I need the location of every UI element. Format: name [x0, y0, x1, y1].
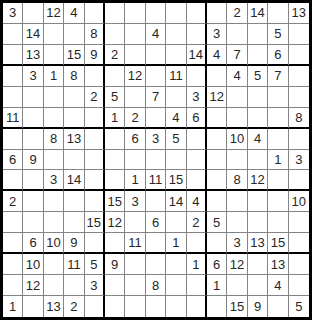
cell-r4c7-given: 12 [125, 66, 145, 87]
cell-r11c15-empty[interactable] [289, 212, 309, 233]
cell-r8c4-empty[interactable] [64, 150, 84, 171]
cell-r5c9-empty[interactable] [166, 87, 186, 108]
cell-r2c7-empty[interactable] [125, 24, 145, 45]
cell-r3c9-empty[interactable] [166, 45, 186, 66]
cell-r1c7-empty[interactable] [125, 3, 145, 24]
cell-r9c15-empty[interactable] [289, 170, 309, 191]
cell-r3c5-given: 9 [85, 45, 105, 66]
cell-r8c10-empty[interactable] [187, 150, 207, 171]
cell-r14c9-empty[interactable] [166, 275, 186, 296]
cell-r4c14-given: 7 [268, 66, 288, 87]
cell-r6c15-given: 8 [289, 108, 309, 129]
cell-r13c11-given: 6 [207, 254, 227, 275]
cell-r9c11-empty[interactable] [207, 170, 227, 191]
cell-r11c14-empty[interactable] [268, 212, 288, 233]
cell-r10c8-empty[interactable] [146, 191, 166, 212]
cell-r2c1-empty[interactable] [3, 24, 23, 45]
cell-r9c9-given: 15 [166, 170, 186, 191]
cell-r13c8-empty[interactable] [146, 254, 166, 275]
cell-r9c10-empty[interactable] [187, 170, 207, 191]
cell-r2c4-empty[interactable] [64, 24, 84, 45]
sudoku-board: 3124214131484351315921447631812114572573… [0, 0, 312, 320]
cell-r3c11-given: 4 [207, 45, 227, 66]
cell-r3c4-given: 15 [64, 45, 84, 66]
cell-r2c13-empty[interactable] [248, 24, 268, 45]
cell-r7c2-empty[interactable] [23, 129, 43, 150]
cell-r11c9-empty[interactable] [166, 212, 186, 233]
cell-r9c14-empty[interactable] [268, 170, 288, 191]
cell-r8c14-given: 1 [268, 150, 288, 171]
cell-r6c8-empty[interactable] [146, 108, 166, 129]
cell-r2c8-given: 4 [146, 24, 166, 45]
cell-r8c7-empty[interactable] [125, 150, 145, 171]
cell-r3c2-given: 13 [23, 45, 43, 66]
cell-r13c5-given: 5 [85, 254, 105, 275]
cell-r9c2-empty[interactable] [23, 170, 43, 191]
cell-r9c12-given: 8 [227, 170, 247, 191]
cell-r3c15-empty[interactable] [289, 45, 309, 66]
cell-r2c9-empty[interactable] [166, 24, 186, 45]
cell-r9c8-given: 11 [146, 170, 166, 191]
cell-r6c1-given: 11 [3, 108, 23, 129]
cell-r5c12-empty[interactable] [227, 87, 247, 108]
cell-r1c2-empty[interactable] [23, 3, 43, 24]
cell-r6c13-empty[interactable] [248, 108, 268, 129]
cell-r7c4-given: 13 [64, 129, 84, 150]
cell-r14c13-empty[interactable] [248, 275, 268, 296]
cell-r8c11-empty[interactable] [207, 150, 227, 171]
cell-r10c9-given: 14 [166, 191, 186, 212]
cell-r12c12-given: 3 [227, 233, 247, 254]
cell-r12c14-given: 15 [268, 233, 288, 254]
cell-r2c14-given: 5 [268, 24, 288, 45]
cell-r1c8-empty[interactable] [146, 3, 166, 24]
cell-r9c5-empty[interactable] [85, 170, 105, 191]
cell-r3c12-given: 7 [227, 45, 247, 66]
cell-r14c12-empty[interactable] [227, 275, 247, 296]
cell-r6c2-empty[interactable] [23, 108, 43, 129]
cell-r10c7-given: 3 [125, 191, 145, 212]
cell-r12c11-empty[interactable] [207, 233, 227, 254]
cell-r1c15-given: 13 [289, 3, 309, 24]
cell-r11c11-given: 5 [207, 212, 227, 233]
cell-r4c2-given: 3 [23, 66, 43, 87]
cell-r10c3-empty[interactable] [44, 191, 64, 212]
cell-r2c12-empty[interactable] [227, 24, 247, 45]
cell-r14c6-empty[interactable] [105, 275, 125, 296]
cell-r5c3-empty[interactable] [44, 87, 64, 108]
cell-r10c12-empty[interactable] [227, 191, 247, 212]
cell-r8c5-empty[interactable] [85, 150, 105, 171]
cell-r6c14-empty[interactable] [268, 108, 288, 129]
cell-r8c3-empty[interactable] [44, 150, 64, 171]
cell-r12c7-given: 11 [125, 233, 145, 254]
cell-r14c7-empty[interactable] [125, 275, 145, 296]
cell-r10c2-empty[interactable] [23, 191, 43, 212]
cell-r10c15-given: 10 [289, 191, 309, 212]
cell-r12c8-empty[interactable] [146, 233, 166, 254]
cell-r11c1-empty[interactable] [3, 212, 23, 233]
cell-r15c10-empty[interactable] [187, 296, 207, 317]
cell-r5c1-empty[interactable] [3, 87, 23, 108]
cell-r12c4-given: 9 [64, 233, 84, 254]
cell-r7c11-empty[interactable] [207, 129, 227, 150]
cell-r10c11-empty[interactable] [207, 191, 227, 212]
cell-r15c7-empty[interactable] [125, 296, 145, 317]
cell-r7c5-empty[interactable] [85, 129, 105, 150]
cell-r4c5-empty[interactable] [85, 66, 105, 87]
cell-r3c6-given: 2 [105, 45, 125, 66]
cell-r10c4-empty[interactable] [64, 191, 84, 212]
cell-r6c5-empty[interactable] [85, 108, 105, 129]
cell-r5c7-empty[interactable] [125, 87, 145, 108]
cell-r7c13-given: 4 [248, 129, 268, 150]
cell-r4c11-empty[interactable] [207, 66, 227, 87]
cell-r11c5-given: 15 [85, 212, 105, 233]
cell-r5c15-empty[interactable] [289, 87, 309, 108]
cell-r7c12-given: 10 [227, 129, 247, 150]
cell-r6c11-empty[interactable] [207, 108, 227, 129]
cell-r9c3-given: 3 [44, 170, 64, 191]
cell-r13c10-given: 1 [187, 254, 207, 275]
cell-r12c5-empty[interactable] [85, 233, 105, 254]
cell-r3c7-empty[interactable] [125, 45, 145, 66]
cell-r3c14-given: 6 [268, 45, 288, 66]
cell-r14c1-empty[interactable] [3, 275, 23, 296]
cell-r9c13-given: 12 [248, 170, 268, 191]
cell-r5c5-given: 2 [85, 87, 105, 108]
cell-r8c15-given: 3 [289, 150, 309, 171]
cell-r15c4-given: 2 [64, 296, 84, 317]
cell-r5c13-empty[interactable] [248, 87, 268, 108]
cell-r15c9-empty[interactable] [166, 296, 186, 317]
cell-r15c2-empty[interactable] [23, 296, 43, 317]
cell-r14c11-given: 1 [207, 275, 227, 296]
cell-r6c3-empty[interactable] [44, 108, 64, 129]
cell-r4c15-empty[interactable] [289, 66, 309, 87]
cell-r4c1-empty[interactable] [3, 66, 23, 87]
cell-r7c3-given: 8 [44, 129, 64, 150]
cell-r12c1-empty[interactable] [3, 233, 23, 254]
cell-r15c3-given: 13 [44, 296, 64, 317]
cell-r7c6-empty[interactable] [105, 129, 125, 150]
cell-r13c14-given: 13 [268, 254, 288, 275]
cell-r8c8-empty[interactable] [146, 150, 166, 171]
cell-r3c13-empty[interactable] [248, 45, 268, 66]
cell-r13c7-empty[interactable] [125, 254, 145, 275]
cell-r11c12-empty[interactable] [227, 212, 247, 233]
cell-r7c1-empty[interactable] [3, 129, 23, 150]
cell-r5c4-empty[interactable] [64, 87, 84, 108]
cell-r13c15-empty[interactable] [289, 254, 309, 275]
cell-r3c10-given: 14 [187, 45, 207, 66]
cell-r15c12-given: 15 [227, 296, 247, 317]
cell-r5c11-given: 12 [207, 87, 227, 108]
cell-r12c2-given: 6 [23, 233, 43, 254]
cell-r2c10-empty[interactable] [187, 24, 207, 45]
cell-r9c4-given: 14 [64, 170, 84, 191]
cell-r11c6-given: 12 [105, 212, 125, 233]
cell-r7c14-empty[interactable] [268, 129, 288, 150]
cell-r8c1-given: 6 [3, 150, 23, 171]
cell-r15c6-empty[interactable] [105, 296, 125, 317]
cell-r7c15-empty[interactable] [289, 129, 309, 150]
cell-r11c10-given: 2 [187, 212, 207, 233]
cell-r15c14-empty[interactable] [268, 296, 288, 317]
cell-r7c9-given: 5 [166, 129, 186, 150]
cell-r11c8-given: 6 [146, 212, 166, 233]
cell-r1c9-empty[interactable] [166, 3, 186, 24]
cell-r13c9-empty[interactable] [166, 254, 186, 275]
cell-r15c13-given: 9 [248, 296, 268, 317]
cell-r4c10-empty[interactable] [187, 66, 207, 87]
cell-r2c5-given: 8 [85, 24, 105, 45]
cell-r10c10-given: 4 [187, 191, 207, 212]
cell-r12c10-empty[interactable] [187, 233, 207, 254]
cell-r7c8-given: 3 [146, 129, 166, 150]
cell-r10c13-empty[interactable] [248, 191, 268, 212]
cell-r11c13-empty[interactable] [248, 212, 268, 233]
cell-r4c12-given: 4 [227, 66, 247, 87]
cell-r12c6-empty[interactable] [105, 233, 125, 254]
cell-r6c12-empty[interactable] [227, 108, 247, 129]
cell-r1c11-empty[interactable] [207, 3, 227, 24]
cell-r13c2-given: 10 [23, 254, 43, 275]
cell-r3c8-empty[interactable] [146, 45, 166, 66]
cell-r5c14-empty[interactable] [268, 87, 288, 108]
cell-r10c6-given: 15 [105, 191, 125, 212]
cell-r7c7-given: 6 [125, 129, 145, 150]
cell-r11c2-empty[interactable] [23, 212, 43, 233]
cell-r4c8-empty[interactable] [146, 66, 166, 87]
cell-r11c7-empty[interactable] [125, 212, 145, 233]
cell-r10c5-empty[interactable] [85, 191, 105, 212]
cell-r6c4-empty[interactable] [64, 108, 84, 129]
cell-r12c15-empty[interactable] [289, 233, 309, 254]
cell-r14c4-empty[interactable] [64, 275, 84, 296]
cell-r1c10-empty[interactable] [187, 3, 207, 24]
cell-r1c14-empty[interactable] [268, 3, 288, 24]
cell-r4c3-given: 1 [44, 66, 64, 87]
cell-r13c13-empty[interactable] [248, 254, 268, 275]
cell-r10c14-empty[interactable] [268, 191, 288, 212]
cell-r3c3-empty[interactable] [44, 45, 64, 66]
cell-r5c2-empty[interactable] [23, 87, 43, 108]
cell-r14c5-given: 3 [85, 275, 105, 296]
cell-r6c10-given: 6 [187, 108, 207, 129]
cell-r13c3-empty[interactable] [44, 254, 64, 275]
cell-r11c4-empty[interactable] [64, 212, 84, 233]
cell-r15c1-given: 1 [3, 296, 23, 317]
cell-r15c11-empty[interactable] [207, 296, 227, 317]
cell-r6c6-given: 1 [105, 108, 125, 129]
cell-r11c3-empty[interactable] [44, 212, 64, 233]
cell-r14c3-empty[interactable] [44, 275, 64, 296]
cell-r8c12-empty[interactable] [227, 150, 247, 171]
cell-r14c8-given: 8 [146, 275, 166, 296]
cell-r1c3-given: 12 [44, 3, 64, 24]
cell-r9c1-empty[interactable] [3, 170, 23, 191]
cell-r14c14-given: 4 [268, 275, 288, 296]
cell-r5c8-given: 7 [146, 87, 166, 108]
cell-r2c6-empty[interactable] [105, 24, 125, 45]
cell-r14c15-empty[interactable] [289, 275, 309, 296]
cell-r13c1-empty[interactable] [3, 254, 23, 275]
cell-r1c12-given: 2 [227, 3, 247, 24]
cell-r5c6-given: 5 [105, 87, 125, 108]
cell-r1c5-empty[interactable] [85, 3, 105, 24]
cell-r12c13-given: 13 [248, 233, 268, 254]
cell-r7c10-empty[interactable] [187, 129, 207, 150]
cell-r14c10-empty[interactable] [187, 275, 207, 296]
cell-r8c9-empty[interactable] [166, 150, 186, 171]
cell-r2c3-empty[interactable] [44, 24, 64, 45]
cell-r4c13-given: 5 [248, 66, 268, 87]
cell-r4c4-given: 8 [64, 66, 84, 87]
cell-r15c8-empty[interactable] [146, 296, 166, 317]
cell-r5c10-given: 3 [187, 87, 207, 108]
cell-r8c2-given: 9 [23, 150, 43, 171]
cell-r13c4-given: 11 [64, 254, 84, 275]
cell-r1c6-empty[interactable] [105, 3, 125, 24]
cell-r1c1-given: 3 [3, 3, 23, 24]
cell-r2c2-given: 14 [23, 24, 43, 45]
cell-r14c2-given: 12 [23, 275, 43, 296]
cell-r9c6-empty[interactable] [105, 170, 125, 191]
cell-r12c3-given: 10 [44, 233, 64, 254]
cell-r8c6-empty[interactable] [105, 150, 125, 171]
cell-r4c6-empty[interactable] [105, 66, 125, 87]
cell-r13c12-given: 12 [227, 254, 247, 275]
cell-r13c6-given: 9 [105, 254, 125, 275]
cell-r15c15-given: 5 [289, 296, 309, 317]
cell-r10c1-given: 2 [3, 191, 23, 212]
cell-r12c9-given: 1 [166, 233, 186, 254]
cell-r2c15-empty[interactable] [289, 24, 309, 45]
cell-r15c5-empty[interactable] [85, 296, 105, 317]
cell-r6c9-given: 4 [166, 108, 186, 129]
cell-r9c7-given: 1 [125, 170, 145, 191]
cell-r2c11-given: 3 [207, 24, 227, 45]
cell-r8c13-empty[interactable] [248, 150, 268, 171]
cell-r4c9-given: 11 [166, 66, 186, 87]
cell-r1c13-given: 14 [248, 3, 268, 24]
cell-r3c1-empty[interactable] [3, 45, 23, 66]
cell-r1c4-given: 4 [64, 3, 84, 24]
cell-r6c7-given: 2 [125, 108, 145, 129]
